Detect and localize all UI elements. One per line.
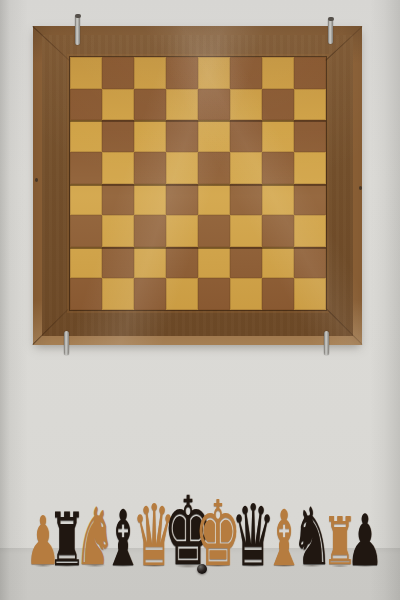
museum-photo-scene: ♟♜♞♝♛♚♚♛♝♞♜♟: [0, 0, 400, 600]
chessmen-row: ♟♜♞♝♛♚♚♛♝♞♜♟: [0, 0, 400, 600]
black-bead: [197, 564, 207, 574]
chess-piece-dark-pawn: ♟: [347, 505, 384, 576]
